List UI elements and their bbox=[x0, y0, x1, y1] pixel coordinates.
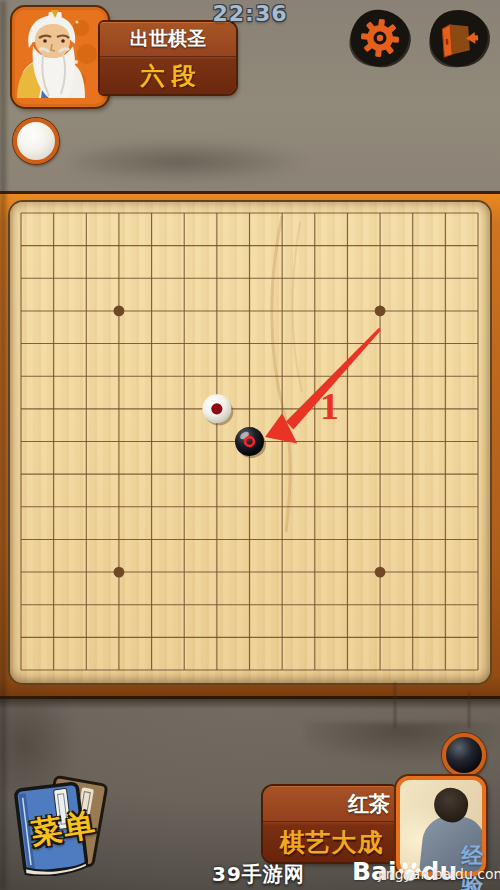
baidu-url-watermark: jingyan.baidu.com bbox=[378, 866, 500, 882]
stones bbox=[202, 394, 266, 458]
exit-door-icon bbox=[438, 17, 481, 60]
top-player-avatar[interactable] bbox=[12, 7, 108, 107]
top-player-rank: 六段 bbox=[100, 57, 236, 94]
ink-wash-mast bbox=[394, 682, 396, 728]
white-stone-indicator bbox=[13, 118, 59, 164]
menu-button[interactable]: 菜单 bbox=[10, 772, 110, 876]
old-man-avatar-illustration bbox=[15, 10, 99, 98]
top-player-plate: 出世棋圣 六段 bbox=[100, 22, 236, 94]
bottom-player-name: 红茶 bbox=[263, 786, 400, 822]
wood-grain bbox=[293, 222, 302, 392]
ink-wash-hill bbox=[70, 138, 360, 190]
gear-icon bbox=[358, 16, 402, 60]
black-stone-indicator bbox=[442, 733, 486, 777]
left-edge-shade bbox=[0, 0, 6, 890]
top-player-name: 出世棋圣 bbox=[100, 22, 236, 57]
ink-wash-mast bbox=[468, 692, 470, 728]
site-watermark: 39手游网 bbox=[212, 861, 305, 888]
game-clock: 22:36 bbox=[200, 1, 300, 26]
game-screen: 出世棋圣 六段 22:36 bbox=[0, 0, 500, 890]
go-board[interactable]: 1 bbox=[10, 202, 490, 683]
svg-text:1: 1 bbox=[320, 385, 339, 427]
wood-grain bbox=[272, 216, 291, 532]
